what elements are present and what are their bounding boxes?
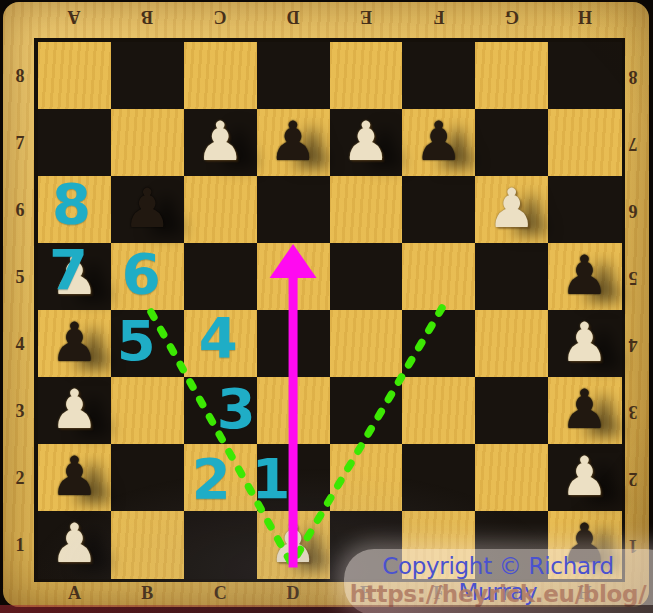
rank-label-left-7: 7 — [16, 132, 25, 153]
file-label-top-E: E — [360, 6, 372, 27]
square-f6 — [402, 176, 475, 244]
black-pawn-f7: ♟ — [415, 114, 463, 168]
black-pawn-h3: ♟ — [560, 382, 608, 436]
black-pawn-h5: ♟ — [560, 248, 608, 302]
square-g8 — [475, 42, 548, 110]
square-b3 — [111, 377, 184, 445]
move-number-4-c4: 4 — [199, 304, 238, 369]
square-g5 — [475, 243, 548, 311]
rank-label-left-5: 5 — [16, 266, 25, 287]
square-b1 — [111, 511, 184, 579]
rank-label-right-3: 3 — [629, 400, 638, 421]
white-pawn-h2: ♟ — [560, 449, 608, 503]
file-label-top-D: D — [287, 6, 300, 27]
square-d3 — [257, 377, 330, 445]
move-number-7-a5: 7 — [49, 236, 88, 301]
rank-label-right-5: 5 — [629, 266, 638, 287]
square-e2 — [330, 444, 403, 512]
square-e4 — [330, 310, 403, 378]
square-c8 — [184, 42, 257, 110]
rank-label-right-2: 2 — [629, 467, 638, 488]
rank-label-right-4: 4 — [629, 333, 638, 354]
square-f8 — [402, 42, 475, 110]
square-d8 — [257, 42, 330, 110]
file-label-top-F: F — [433, 6, 444, 27]
square-b7 — [111, 109, 184, 177]
white-pawn-h4: ♟ — [560, 315, 608, 369]
rank-label-left-3: 3 — [16, 400, 25, 421]
white-pawn-e7: ♟ — [342, 114, 390, 168]
rank-label-right-8: 8 — [629, 65, 638, 86]
white-pawn-d1: ♟ — [269, 516, 317, 570]
square-f2 — [402, 444, 475, 512]
rank-label-right-7: 7 — [629, 132, 638, 153]
file-label-top-G: G — [505, 6, 519, 27]
rank-label-left-8: 8 — [16, 65, 25, 86]
square-h7 — [548, 109, 621, 177]
square-d6 — [257, 176, 330, 244]
move-number-5-b4: 5 — [117, 307, 156, 372]
move-number-8-a6: 8 — [52, 170, 91, 235]
black-pawn-a4: ♟ — [50, 315, 98, 369]
square-h8 — [548, 42, 621, 110]
square-d5 — [257, 243, 330, 311]
rank-label-right-6: 6 — [629, 199, 638, 220]
square-e6 — [330, 176, 403, 244]
square-a7 — [38, 109, 111, 177]
square-c1 — [184, 511, 257, 579]
square-g3 — [475, 377, 548, 445]
file-label-bottom-D: D — [287, 583, 300, 604]
square-g2 — [475, 444, 548, 512]
black-pawn-d7: ♟ — [269, 114, 317, 168]
black-pawn-a2: ♟ — [50, 449, 98, 503]
chessboard-photo: AABBCCDDEEFFGGHH8877665544332211 ♟♟♟♟♟♟♟… — [0, 0, 653, 613]
square-c6 — [184, 176, 257, 244]
black-pawn-b6: ♟ — [123, 181, 171, 235]
file-label-top-B: B — [141, 6, 153, 27]
move-number-1-d2: 1 — [252, 445, 291, 510]
watermark: Copyright © Richard Murray https://heyri… — [344, 549, 653, 613]
square-g4 — [475, 310, 548, 378]
square-b2 — [111, 444, 184, 512]
watermark-url: https://heyrick.eu/blog/ — [346, 581, 650, 607]
rank-label-left-4: 4 — [16, 333, 25, 354]
file-label-bottom-C: C — [214, 583, 227, 604]
rank-label-left-2: 2 — [16, 467, 25, 488]
rank-label-left-6: 6 — [16, 199, 25, 220]
square-e5 — [330, 243, 403, 311]
move-number-6-b5: 6 — [122, 240, 161, 305]
move-number-3-c3: 3 — [217, 375, 256, 440]
square-a8 — [38, 42, 111, 110]
file-label-top-A: A — [68, 6, 81, 27]
move-number-2-c2: 2 — [192, 445, 231, 510]
white-pawn-g6: ♟ — [487, 181, 535, 235]
rank-label-left-1: 1 — [16, 534, 25, 555]
file-label-top-C: C — [214, 6, 227, 27]
square-f5 — [402, 243, 475, 311]
square-c5 — [184, 243, 257, 311]
file-label-bottom-B: B — [141, 583, 153, 604]
file-label-bottom-A: A — [68, 583, 81, 604]
square-e3 — [330, 377, 403, 445]
square-e8 — [330, 42, 403, 110]
square-d4 — [257, 310, 330, 378]
square-f3 — [402, 377, 475, 445]
square-g7 — [475, 109, 548, 177]
square-h6 — [548, 176, 621, 244]
white-pawn-a3: ♟ — [50, 382, 98, 436]
square-b8 — [111, 42, 184, 110]
square-f4 — [402, 310, 475, 378]
file-label-top-H: H — [578, 6, 592, 27]
white-pawn-c7: ♟ — [196, 114, 244, 168]
white-pawn-a1: ♟ — [50, 516, 98, 570]
